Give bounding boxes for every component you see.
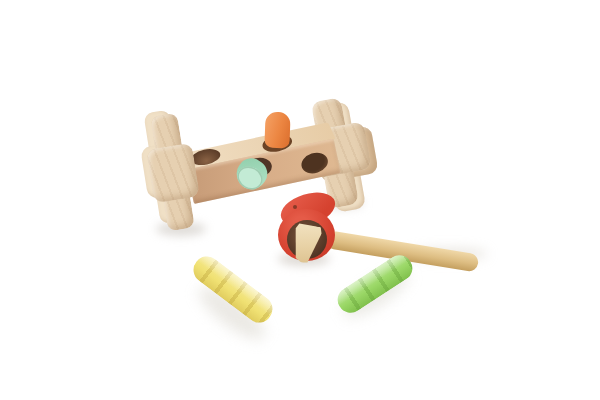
bench-left-cap-horizontal bbox=[146, 143, 200, 204]
orange-peg bbox=[264, 112, 290, 149]
product-photo-stage bbox=[0, 0, 600, 400]
mallet-head-dot bbox=[293, 205, 297, 209]
